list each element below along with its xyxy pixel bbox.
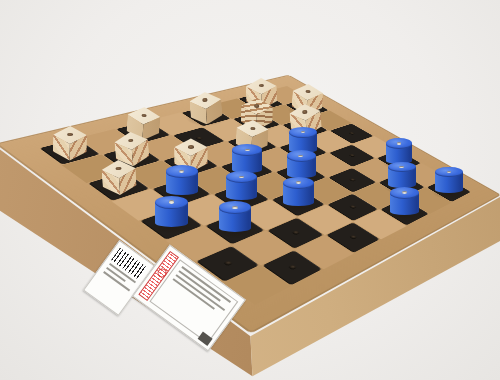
blue-cylinder-piece[interactable] bbox=[386, 138, 413, 163]
blue-cylinder-piece[interactable] bbox=[226, 171, 257, 200]
cube-top-hole bbox=[254, 104, 259, 107]
cylinder-top-hole bbox=[296, 181, 301, 184]
cylinder-top-hole bbox=[169, 200, 175, 203]
cube-top-hole bbox=[67, 133, 72, 137]
board-photo bbox=[0, 0, 500, 380]
blue-cylinder-piece[interactable] bbox=[219, 201, 251, 232]
blue-cylinder-piece[interactable] bbox=[435, 167, 462, 193]
wood-cube-piece[interactable] bbox=[101, 159, 137, 196]
cube-top-hole bbox=[250, 126, 255, 130]
blue-cylinder-piece[interactable] bbox=[283, 177, 313, 206]
cylinder-top-hole bbox=[179, 170, 184, 173]
cylinder-top-hole bbox=[397, 142, 402, 145]
cube-top-hole bbox=[302, 110, 307, 114]
wood-cube-piece[interactable] bbox=[189, 91, 223, 126]
blue-cylinder-piece[interactable] bbox=[390, 187, 419, 215]
blue-cylinder-piece[interactable] bbox=[232, 144, 262, 172]
cylinder-top-hole bbox=[232, 206, 237, 209]
blue-cylinder-piece[interactable] bbox=[287, 150, 316, 178]
cylinder-top-hole bbox=[399, 166, 404, 169]
blue-cylinder-piece[interactable] bbox=[155, 196, 188, 227]
blue-cylinder-piece[interactable] bbox=[388, 162, 416, 189]
blue-cylinder-piece[interactable] bbox=[289, 127, 317, 153]
wood-cube-piece[interactable] bbox=[53, 125, 87, 160]
blue-cylinder-piece[interactable] bbox=[166, 165, 197, 195]
pieces-layer bbox=[0, 0, 500, 380]
